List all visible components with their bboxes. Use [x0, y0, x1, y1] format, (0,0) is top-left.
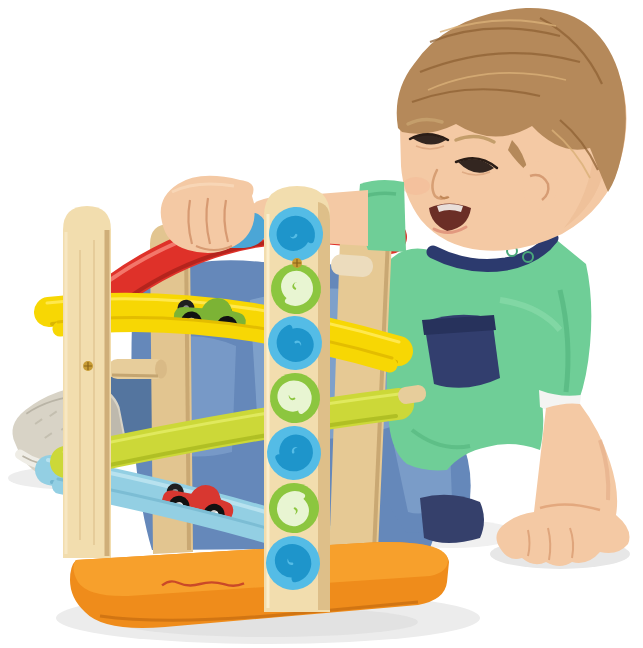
photo-canvas [0, 0, 643, 648]
rear-rung-dowel [330, 254, 373, 278]
post-edge-shade [318, 202, 330, 610]
photo-scene [0, 0, 643, 648]
dark-fold-shoe-hint [420, 495, 484, 543]
left-front-post [63, 206, 111, 558]
head [397, 8, 627, 251]
left-hand-fist [161, 176, 255, 253]
dowel-shade [112, 375, 158, 376]
spiral-post [259, 186, 331, 612]
post-wood [63, 206, 111, 558]
cheek-blush [402, 177, 430, 195]
left-rung-dowel [108, 359, 167, 379]
